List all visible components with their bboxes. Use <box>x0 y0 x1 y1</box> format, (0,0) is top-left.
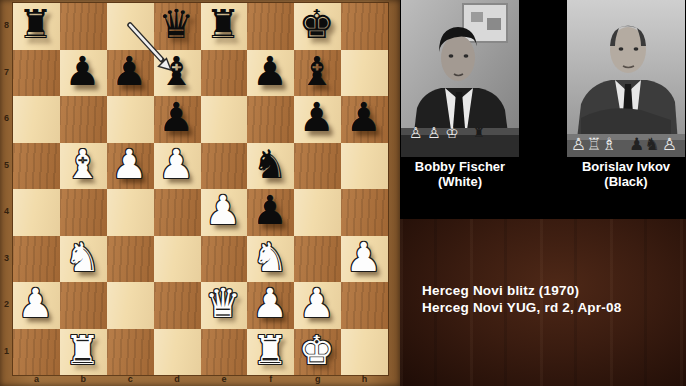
square-d2 <box>154 282 201 329</box>
rank-label-3: 3 <box>1 253 12 263</box>
white-pawn-a2: ♟ <box>18 280 54 326</box>
rank-label-7: 7 <box>1 67 12 77</box>
white-pawn-h3: ♟ <box>346 234 382 280</box>
square-c7: ♟ <box>107 50 154 97</box>
white-knight-b3: ♞ <box>64 234 100 280</box>
square-h7 <box>341 50 388 97</box>
file-label-g: g <box>313 374 322 384</box>
white-rook-b1: ♜ <box>64 327 100 373</box>
black-knight-f5: ♞ <box>252 141 288 187</box>
square-e1 <box>201 329 248 376</box>
white-queen-e2: ♛ <box>205 280 241 326</box>
square-e6 <box>201 96 248 143</box>
white-bishop-b5: ♝ <box>64 141 100 187</box>
square-d8: ♛ <box>154 3 201 50</box>
file-label-e: e <box>219 374 228 384</box>
event-round: Herceg Novi YUG, rd 2, Apr-08 <box>422 299 621 316</box>
square-f8 <box>247 3 294 50</box>
square-g6: ♟ <box>294 96 341 143</box>
square-d7: ♝ <box>154 50 201 97</box>
square-c5: ♟ <box>107 143 154 190</box>
square-g7: ♝ <box>294 50 341 97</box>
black-pawn-b7: ♟ <box>64 48 100 94</box>
white-pawn-g2: ♟ <box>299 280 335 326</box>
white-pawn-d5: ♟ <box>158 141 194 187</box>
event-info: Herceg Novi blitz (1970) Herceg Novi YUG… <box>422 282 621 316</box>
rank-label-1: 1 <box>1 346 12 356</box>
file-label-h: h <box>360 374 369 384</box>
file-label-a: a <box>32 374 41 384</box>
black-king-g8: ♚ <box>299 1 335 47</box>
file-label-f: f <box>266 374 275 384</box>
square-d6: ♟ <box>154 96 201 143</box>
file-label-b: b <box>79 374 88 384</box>
square-c1 <box>107 329 154 376</box>
square-a7 <box>13 50 60 97</box>
square-a3 <box>13 236 60 283</box>
square-h3: ♟ <box>341 236 388 283</box>
square-d5: ♟ <box>154 143 201 190</box>
square-g1: ♚ <box>294 329 341 376</box>
square-a1 <box>13 329 60 376</box>
square-a8: ♜ <box>13 3 60 50</box>
square-f4: ♟ <box>247 189 294 236</box>
white-pawn-f2: ♟ <box>252 280 288 326</box>
square-d1 <box>154 329 201 376</box>
square-b2 <box>60 282 107 329</box>
players-section: ♙ ♙ ♔ ♜ <box>400 0 686 219</box>
black-pawn-f7: ♟ <box>252 48 288 94</box>
chess-thumbnail: ♜♛♜♚♟♟♝♟♝♟♟♟♝♟♟♞♟♟♞♞♟♟♛♟♟♜♜♚ 87654321 ab… <box>0 0 686 386</box>
fischer-side: (White) <box>401 174 519 189</box>
black-bishop-d7: ♝ <box>158 48 194 94</box>
svg-text:♙: ♙ <box>662 134 677 154</box>
black-pawn-f4: ♟ <box>252 187 288 233</box>
black-pawn-h6: ♟ <box>346 94 382 140</box>
square-c8 <box>107 3 154 50</box>
svg-text:♜: ♜ <box>473 125 485 140</box>
square-g4 <box>294 189 341 236</box>
white-rook-f1: ♜ <box>252 327 288 373</box>
svg-text:♟♞: ♟♞ <box>629 134 659 154</box>
rank-label-8: 8 <box>1 20 12 30</box>
square-e2: ♛ <box>201 282 248 329</box>
square-h6: ♟ <box>341 96 388 143</box>
black-queen-d8: ♛ <box>158 1 194 47</box>
square-h8 <box>341 3 388 50</box>
fischer-caption: Bobby Fischer (White) <box>401 159 519 189</box>
square-f5: ♞ <box>247 143 294 190</box>
square-e3 <box>201 236 248 283</box>
fischer-portrait-illustration: ♙ ♙ ♔ ♜ <box>401 0 519 157</box>
square-h5 <box>341 143 388 190</box>
square-f7: ♟ <box>247 50 294 97</box>
square-c6 <box>107 96 154 143</box>
ivkov-side: (Black) <box>567 174 685 189</box>
square-f6 <box>247 96 294 143</box>
square-a2: ♟ <box>13 282 60 329</box>
white-pawn-e4: ♟ <box>205 187 241 233</box>
square-f2: ♟ <box>247 282 294 329</box>
square-a5 <box>13 143 60 190</box>
white-pawn-c5: ♟ <box>111 141 147 187</box>
square-e8: ♜ <box>201 3 248 50</box>
event-section: Herceg Novi blitz (1970) Herceg Novi YUG… <box>400 219 686 386</box>
square-b1: ♜ <box>60 329 107 376</box>
black-rook-a8: ♜ <box>18 1 54 47</box>
file-label-c: c <box>126 374 135 384</box>
ivkov-name: Borislav Ivkov <box>567 159 685 174</box>
chess-board: ♜♛♜♚♟♟♝♟♝♟♟♟♝♟♟♞♟♟♞♞♟♟♛♟♟♜♜♚ 87654321 ab… <box>0 0 400 386</box>
square-a6 <box>13 96 60 143</box>
square-g5 <box>294 143 341 190</box>
square-b3: ♞ <box>60 236 107 283</box>
square-b8 <box>60 3 107 50</box>
black-rook-e8: ♜ <box>205 1 241 47</box>
board-squares: ♜♛♜♚♟♟♝♟♝♟♟♟♝♟♟♞♟♟♞♞♟♟♛♟♟♜♜♚ <box>13 3 388 375</box>
square-f1: ♜ <box>247 329 294 376</box>
square-e5 <box>201 143 248 190</box>
square-c2 <box>107 282 154 329</box>
square-a4 <box>13 189 60 236</box>
ivkov-photo: ♙♖♗ ♟♞ ♙ <box>567 0 685 157</box>
ivkov-portrait-illustration: ♙♖♗ ♟♞ ♙ <box>567 0 685 157</box>
black-bishop-g7: ♝ <box>299 48 335 94</box>
fischer-name: Bobby Fischer <box>401 159 519 174</box>
info-panel: ♙ ♙ ♔ ♜ <box>400 0 686 386</box>
square-e4: ♟ <box>201 189 248 236</box>
square-h2 <box>341 282 388 329</box>
black-pawn-d6: ♟ <box>158 94 194 140</box>
svg-text:♙ ♙ ♔: ♙ ♙ ♔ <box>409 124 459 142</box>
rank-label-2: 2 <box>1 299 12 309</box>
svg-text:♙♖♗: ♙♖♗ <box>571 134 617 154</box>
square-c3 <box>107 236 154 283</box>
square-g2: ♟ <box>294 282 341 329</box>
white-king-g1: ♚ <box>299 327 335 373</box>
square-g8: ♚ <box>294 3 341 50</box>
square-h4 <box>341 189 388 236</box>
square-b6 <box>60 96 107 143</box>
black-pawn-g6: ♟ <box>299 94 335 140</box>
square-b5: ♝ <box>60 143 107 190</box>
square-d3 <box>154 236 201 283</box>
ivkov-caption: Borislav Ivkov (Black) <box>567 159 685 189</box>
event-name: Herceg Novi blitz (1970) <box>422 282 621 299</box>
file-label-d: d <box>173 374 182 384</box>
fischer-photo: ♙ ♙ ♔ ♜ <box>401 0 519 157</box>
white-knight-f3: ♞ <box>252 234 288 280</box>
square-h1 <box>341 329 388 376</box>
square-b7: ♟ <box>60 50 107 97</box>
black-pawn-c7: ♟ <box>111 48 147 94</box>
square-c4 <box>107 189 154 236</box>
rank-label-5: 5 <box>1 160 12 170</box>
rank-label-6: 6 <box>1 113 12 123</box>
rank-label-4: 4 <box>1 206 12 216</box>
square-g3 <box>294 236 341 283</box>
square-b4 <box>60 189 107 236</box>
square-f3: ♞ <box>247 236 294 283</box>
square-e7 <box>201 50 248 97</box>
square-d4 <box>154 189 201 236</box>
